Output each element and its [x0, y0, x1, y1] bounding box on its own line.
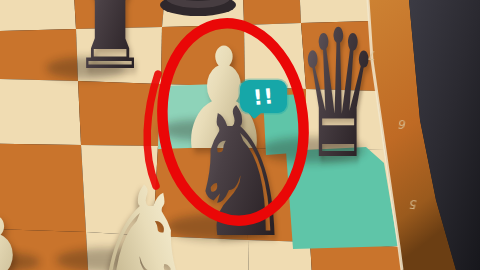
brilliant-move-badge: !!	[240, 80, 287, 113]
board-square[interactable]	[0, 0, 76, 32]
rim-rank-label-5: 5	[402, 196, 423, 212]
rim-rank-label-7: 7	[362, 47, 382, 62]
chess-3d-scene: ♜♛♟♞♟♞ 765 !!	[0, 0, 480, 270]
black-rook-e7[interactable]: ♜	[68, 0, 153, 88]
black-queen-h6[interactable]: ♛	[293, 6, 383, 183]
brilliant-move-text: !!	[252, 84, 275, 110]
rim-rank-label-6: 6	[392, 116, 413, 132]
white-knight-e4[interactable]: ♞	[77, 164, 203, 270]
white-pawn-d4[interactable]: ♟	[0, 200, 53, 270]
